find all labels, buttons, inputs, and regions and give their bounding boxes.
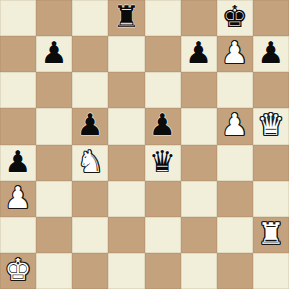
- square-e3[interactable]: [145, 181, 181, 217]
- square-h4[interactable]: [253, 145, 289, 181]
- square-d4[interactable]: [108, 145, 144, 181]
- square-e6[interactable]: [145, 72, 181, 108]
- square-h3[interactable]: [253, 181, 289, 217]
- square-a5[interactable]: [0, 108, 36, 144]
- black-pawn[interactable]: ♟: [77, 110, 104, 140]
- white-knight[interactable]: ♞: [77, 147, 104, 177]
- square-b3[interactable]: [36, 181, 72, 217]
- square-g1[interactable]: [217, 253, 253, 289]
- square-d6[interactable]: [108, 72, 144, 108]
- white-pawn[interactable]: ♟: [221, 38, 248, 68]
- square-h5[interactable]: ♛: [253, 108, 289, 144]
- black-pawn[interactable]: ♟: [41, 38, 68, 68]
- square-f3[interactable]: [181, 181, 217, 217]
- square-a7[interactable]: [0, 36, 36, 72]
- white-pawn[interactable]: ♟: [221, 110, 248, 140]
- black-pawn[interactable]: ♟: [149, 110, 176, 140]
- square-h6[interactable]: [253, 72, 289, 108]
- square-d3[interactable]: [108, 181, 144, 217]
- square-g3[interactable]: [217, 181, 253, 217]
- square-f6[interactable]: [181, 72, 217, 108]
- square-c2[interactable]: [72, 217, 108, 253]
- square-a2[interactable]: [0, 217, 36, 253]
- black-pawn[interactable]: ♟: [185, 38, 212, 68]
- black-pawn[interactable]: ♟: [257, 38, 284, 68]
- square-f4[interactable]: [181, 145, 217, 181]
- square-h1[interactable]: [253, 253, 289, 289]
- square-h2[interactable]: ♜: [253, 217, 289, 253]
- square-h7[interactable]: ♟: [253, 36, 289, 72]
- square-e5[interactable]: ♟: [145, 108, 181, 144]
- square-b7[interactable]: ♟: [36, 36, 72, 72]
- square-g4[interactable]: [217, 145, 253, 181]
- square-e4[interactable]: ♛: [145, 145, 181, 181]
- chess-board: ♜♚♟♟♟♟♟♟♟♛♟♞♛♟♜♚: [0, 0, 289, 289]
- square-h8[interactable]: [253, 0, 289, 36]
- square-f2[interactable]: [181, 217, 217, 253]
- square-c4[interactable]: ♞: [72, 145, 108, 181]
- square-c3[interactable]: [72, 181, 108, 217]
- square-b2[interactable]: [36, 217, 72, 253]
- square-a4[interactable]: ♟: [0, 145, 36, 181]
- square-a1[interactable]: ♚: [0, 253, 36, 289]
- white-queen[interactable]: ♛: [257, 110, 284, 140]
- square-b6[interactable]: [36, 72, 72, 108]
- square-e7[interactable]: [145, 36, 181, 72]
- white-king[interactable]: ♚: [5, 255, 32, 285]
- square-b4[interactable]: [36, 145, 72, 181]
- square-b5[interactable]: [36, 108, 72, 144]
- square-d2[interactable]: [108, 217, 144, 253]
- square-d1[interactable]: [108, 253, 144, 289]
- square-g8[interactable]: ♚: [217, 0, 253, 36]
- square-g2[interactable]: [217, 217, 253, 253]
- square-g5[interactable]: ♟: [217, 108, 253, 144]
- square-d8[interactable]: ♜: [108, 0, 144, 36]
- square-e1[interactable]: [145, 253, 181, 289]
- square-a3[interactable]: ♟: [0, 181, 36, 217]
- square-b8[interactable]: [36, 0, 72, 36]
- square-f1[interactable]: [181, 253, 217, 289]
- black-queen[interactable]: ♛: [149, 147, 176, 177]
- white-pawn[interactable]: ♟: [5, 183, 32, 213]
- square-f8[interactable]: [181, 0, 217, 36]
- square-f7[interactable]: ♟: [181, 36, 217, 72]
- black-king[interactable]: ♚: [221, 2, 248, 32]
- black-pawn[interactable]: ♟: [5, 147, 32, 177]
- square-g7[interactable]: ♟: [217, 36, 253, 72]
- square-b1[interactable]: [36, 253, 72, 289]
- square-d7[interactable]: [108, 36, 144, 72]
- black-rook[interactable]: ♜: [113, 2, 140, 32]
- square-a8[interactable]: [0, 0, 36, 36]
- square-c8[interactable]: [72, 0, 108, 36]
- square-a6[interactable]: [0, 72, 36, 108]
- square-c6[interactable]: [72, 72, 108, 108]
- square-f5[interactable]: [181, 108, 217, 144]
- square-c5[interactable]: ♟: [72, 108, 108, 144]
- square-c7[interactable]: [72, 36, 108, 72]
- square-e2[interactable]: [145, 217, 181, 253]
- square-e8[interactable]: [145, 0, 181, 36]
- square-g6[interactable]: [217, 72, 253, 108]
- square-c1[interactable]: [72, 253, 108, 289]
- square-d5[interactable]: [108, 108, 144, 144]
- white-rook[interactable]: ♜: [257, 219, 284, 249]
